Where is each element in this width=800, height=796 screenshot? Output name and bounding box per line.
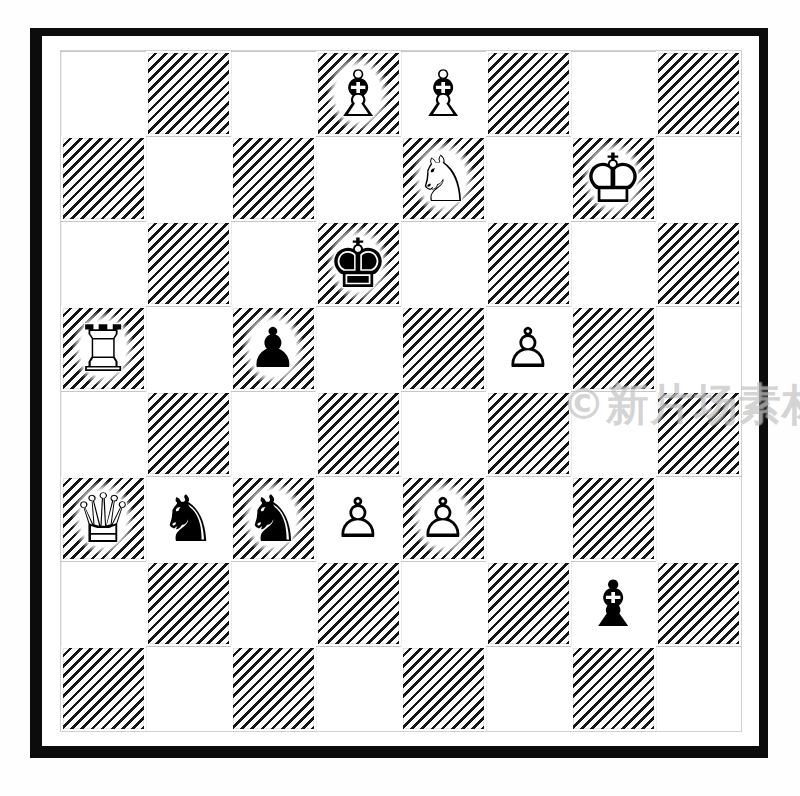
square-f6 <box>486 221 571 306</box>
square-h4 <box>656 391 741 476</box>
square-f8 <box>486 51 571 136</box>
white-bishop: ♗ <box>414 62 471 126</box>
square-d2 <box>316 561 401 646</box>
white-pawn: ♙ <box>418 491 467 546</box>
square-f7 <box>486 136 571 221</box>
square-e6 <box>401 221 486 306</box>
square-a4 <box>61 391 146 476</box>
white-king: ♔ <box>583 145 644 213</box>
square-g6 <box>571 221 656 306</box>
square-b4 <box>146 391 231 476</box>
black-king: ♚ <box>328 230 389 298</box>
square-e2 <box>401 561 486 646</box>
board-frame: ♗♗♘♔♚♖♟♙♕♞♞♙♙♝ <box>30 28 768 758</box>
square-h8 <box>656 51 741 136</box>
white-pawn: ♙ <box>503 321 552 376</box>
square-b2 <box>146 561 231 646</box>
square-h5 <box>656 306 741 391</box>
square-c1 <box>231 646 316 731</box>
square-b3: ♞ <box>146 476 231 561</box>
square-e7: ♘ <box>401 136 486 221</box>
square-e4 <box>401 391 486 476</box>
square-b5 <box>146 306 231 391</box>
square-e8: ♗ <box>401 51 486 136</box>
square-g1 <box>571 646 656 731</box>
square-a3: ♕ <box>61 476 146 561</box>
square-h3 <box>656 476 741 561</box>
square-a1 <box>61 646 146 731</box>
square-c7 <box>231 136 316 221</box>
square-c4 <box>231 391 316 476</box>
square-d1 <box>316 646 401 731</box>
square-c3: ♞ <box>231 476 316 561</box>
chess-diagram: ♗♗♘♔♚♖♟♙♕♞♞♙♙♝ ©新片场素材 <box>0 0 800 796</box>
square-a5: ♖ <box>61 306 146 391</box>
square-d5 <box>316 306 401 391</box>
square-a2 <box>61 561 146 646</box>
square-b1 <box>146 646 231 731</box>
square-a6 <box>61 221 146 306</box>
square-h2 <box>656 561 741 646</box>
square-h1 <box>656 646 741 731</box>
square-c5: ♟ <box>231 306 316 391</box>
square-h6 <box>656 221 741 306</box>
square-h7 <box>656 136 741 221</box>
white-knight: ♘ <box>414 147 471 211</box>
square-c2 <box>231 561 316 646</box>
square-g4 <box>571 391 656 476</box>
square-e3: ♙ <box>401 476 486 561</box>
square-a7 <box>61 136 146 221</box>
square-b7 <box>146 136 231 221</box>
square-f5: ♙ <box>486 306 571 391</box>
white-bishop: ♗ <box>329 62 386 126</box>
square-a8 <box>61 51 146 136</box>
square-c8 <box>231 51 316 136</box>
square-b8 <box>146 51 231 136</box>
white-rook: ♖ <box>74 317 131 381</box>
white-pawn: ♙ <box>333 491 382 546</box>
square-f4 <box>486 391 571 476</box>
square-c6 <box>231 221 316 306</box>
square-g5 <box>571 306 656 391</box>
square-g3 <box>571 476 656 561</box>
square-d6: ♚ <box>316 221 401 306</box>
square-e1 <box>401 646 486 731</box>
black-knight: ♞ <box>244 487 301 551</box>
white-queen: ♕ <box>73 485 134 553</box>
square-d3: ♙ <box>316 476 401 561</box>
black-pawn: ♟ <box>248 321 297 376</box>
square-f1 <box>486 646 571 731</box>
square-g8 <box>571 51 656 136</box>
square-e5 <box>401 306 486 391</box>
square-f3 <box>486 476 571 561</box>
square-d7 <box>316 136 401 221</box>
black-bishop: ♝ <box>584 572 641 636</box>
square-f2 <box>486 561 571 646</box>
chess-board: ♗♗♘♔♚♖♟♙♕♞♞♙♙♝ <box>61 51 741 731</box>
square-d8: ♗ <box>316 51 401 136</box>
square-d4 <box>316 391 401 476</box>
square-g2: ♝ <box>571 561 656 646</box>
square-b6 <box>146 221 231 306</box>
black-knight: ♞ <box>159 487 216 551</box>
square-g7: ♔ <box>571 136 656 221</box>
